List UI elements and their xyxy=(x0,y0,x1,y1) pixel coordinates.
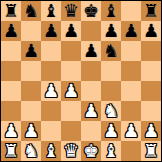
square-d3[interactable] xyxy=(61,101,81,121)
square-c4[interactable]: ♟ xyxy=(41,81,61,101)
square-b3[interactable] xyxy=(21,101,41,121)
square-b1[interactable]: ♞ xyxy=(21,141,41,161)
square-h1[interactable]: ♜ xyxy=(141,141,161,161)
square-d7[interactable]: ♟ xyxy=(61,21,81,41)
square-f5[interactable] xyxy=(101,61,121,81)
black-knight-piece[interactable]: ♞ xyxy=(21,1,41,21)
white-pawn-piece[interactable]: ♟ xyxy=(81,101,101,121)
square-d8[interactable]: ♛ xyxy=(61,1,81,21)
square-e2[interactable] xyxy=(81,121,101,141)
square-g8[interactable] xyxy=(121,1,141,21)
black-rook-piece[interactable]: ♜ xyxy=(141,1,161,21)
white-knight-piece[interactable]: ♞ xyxy=(21,141,41,161)
square-g4[interactable] xyxy=(121,81,141,101)
square-g7[interactable]: ♟ xyxy=(121,21,141,41)
square-c2[interactable] xyxy=(41,121,61,141)
black-king-piece[interactable]: ♚ xyxy=(81,1,101,21)
white-knight-piece[interactable]: ♞ xyxy=(101,101,121,121)
square-h7[interactable]: ♟ xyxy=(141,21,161,41)
square-e7[interactable] xyxy=(81,21,101,41)
square-b2[interactable]: ♟ xyxy=(21,121,41,141)
square-g3[interactable] xyxy=(121,101,141,121)
square-h6[interactable] xyxy=(141,41,161,61)
square-h5[interactable] xyxy=(141,61,161,81)
square-c5[interactable] xyxy=(41,61,61,81)
square-h4[interactable] xyxy=(141,81,161,101)
square-c7[interactable]: ♟ xyxy=(41,21,61,41)
square-a6[interactable] xyxy=(1,41,21,61)
square-h8[interactable]: ♜ xyxy=(141,1,161,21)
square-h3[interactable] xyxy=(141,101,161,121)
square-g6[interactable] xyxy=(121,41,141,61)
white-bishop-piece[interactable]: ♝ xyxy=(101,141,121,161)
square-a2[interactable]: ♟ xyxy=(1,121,21,141)
square-g1[interactable] xyxy=(121,141,141,161)
square-c6[interactable] xyxy=(41,41,61,61)
square-f7[interactable]: ♟ xyxy=(101,21,121,41)
square-f4[interactable] xyxy=(101,81,121,101)
white-pawn-piece[interactable]: ♟ xyxy=(121,121,141,141)
white-pawn-piece[interactable]: ♟ xyxy=(1,121,21,141)
black-pawn-piece[interactable]: ♟ xyxy=(121,21,141,41)
black-pawn-piece[interactable]: ♟ xyxy=(141,21,161,41)
black-bishop-piece[interactable]: ♝ xyxy=(41,1,61,21)
square-e1[interactable]: ♚ xyxy=(81,141,101,161)
black-pawn-piece[interactable]: ♟ xyxy=(41,21,61,41)
black-bishop-piece[interactable]: ♝ xyxy=(101,1,121,21)
white-pawn-piece[interactable]: ♟ xyxy=(41,81,61,101)
square-e6[interactable]: ♟ xyxy=(81,41,101,61)
square-e8[interactable]: ♚ xyxy=(81,1,101,21)
square-c1[interactable]: ♝ xyxy=(41,141,61,161)
white-pawn-piece[interactable]: ♟ xyxy=(141,121,161,141)
square-b4[interactable] xyxy=(21,81,41,101)
square-d4[interactable]: ♟ xyxy=(61,81,81,101)
white-pawn-piece[interactable]: ♟ xyxy=(101,121,121,141)
square-c8[interactable]: ♝ xyxy=(41,1,61,21)
square-g2[interactable]: ♟ xyxy=(121,121,141,141)
square-b6[interactable]: ♟ xyxy=(21,41,41,61)
square-a8[interactable]: ♜ xyxy=(1,1,21,21)
square-d2[interactable] xyxy=(61,121,81,141)
black-rook-piece[interactable]: ♜ xyxy=(1,1,21,21)
black-pawn-piece[interactable]: ♟ xyxy=(61,21,81,41)
square-f6[interactable]: ♞ xyxy=(101,41,121,61)
white-rook-piece[interactable]: ♜ xyxy=(141,141,161,161)
square-f8[interactable]: ♝ xyxy=(101,1,121,21)
black-queen-piece[interactable]: ♛ xyxy=(61,1,81,21)
black-pawn-piece[interactable]: ♟ xyxy=(101,21,121,41)
chess-board: ♜♞♝♛♚♝♜♟♟♟♟♟♟♟♟♞♟♟♟♞♟♟♟♟♟♜♞♝♛♚♝♜ xyxy=(1,1,161,161)
black-pawn-piece[interactable]: ♟ xyxy=(81,41,101,61)
square-a1[interactable]: ♜ xyxy=(1,141,21,161)
square-f2[interactable]: ♟ xyxy=(101,121,121,141)
black-pawn-piece[interactable]: ♟ xyxy=(1,21,21,41)
square-e4[interactable] xyxy=(81,81,101,101)
square-d5[interactable] xyxy=(61,61,81,81)
square-b5[interactable] xyxy=(21,61,41,81)
square-a7[interactable]: ♟ xyxy=(1,21,21,41)
square-e3[interactable]: ♟ xyxy=(81,101,101,121)
square-d6[interactable] xyxy=(61,41,81,61)
white-pawn-piece[interactable]: ♟ xyxy=(21,121,41,141)
square-g5[interactable] xyxy=(121,61,141,81)
square-e5[interactable] xyxy=(81,61,101,81)
white-queen-piece[interactable]: ♛ xyxy=(61,141,81,161)
square-b8[interactable]: ♞ xyxy=(21,1,41,21)
square-c3[interactable] xyxy=(41,101,61,121)
white-bishop-piece[interactable]: ♝ xyxy=(41,141,61,161)
square-f3[interactable]: ♞ xyxy=(101,101,121,121)
square-d1[interactable]: ♛ xyxy=(61,141,81,161)
black-knight-piece[interactable]: ♞ xyxy=(101,41,121,61)
white-rook-piece[interactable]: ♜ xyxy=(1,141,21,161)
white-king-piece[interactable]: ♚ xyxy=(81,141,101,161)
square-b7[interactable] xyxy=(21,21,41,41)
black-pawn-piece[interactable]: ♟ xyxy=(21,41,41,61)
square-a3[interactable] xyxy=(1,101,21,121)
square-a5[interactable] xyxy=(1,61,21,81)
chess-board-frame: ♜♞♝♛♚♝♜♟♟♟♟♟♟♟♟♞♟♟♟♞♟♟♟♟♟♜♞♝♛♚♝♜ xyxy=(0,0,162,162)
square-a4[interactable] xyxy=(1,81,21,101)
square-f1[interactable]: ♝ xyxy=(101,141,121,161)
white-pawn-piece[interactable]: ♟ xyxy=(61,81,81,101)
square-h2[interactable]: ♟ xyxy=(141,121,161,141)
